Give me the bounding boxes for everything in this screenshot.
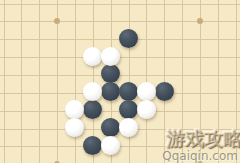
white-stone — [83, 82, 102, 101]
grid-hline — [0, 4, 240, 5]
white-stone — [137, 82, 156, 101]
black-stone — [119, 29, 138, 48]
grid-vline — [218, 0, 219, 163]
white-stone — [119, 118, 138, 137]
star-point — [197, 18, 203, 24]
star-point — [197, 161, 203, 163]
white-stone — [137, 100, 156, 119]
white-stone — [101, 136, 120, 155]
black-stone — [101, 82, 120, 101]
grid-hline — [0, 75, 240, 76]
grid-vline — [200, 0, 201, 163]
black-stone — [101, 64, 120, 83]
white-stone — [101, 47, 120, 66]
white-stone — [83, 47, 102, 66]
white-stone — [65, 100, 84, 119]
game-screenshot: 游戏攻略 Qqaiqin.com — [0, 0, 240, 163]
grid-vline — [57, 0, 58, 163]
black-stone — [119, 82, 138, 101]
grid-vline — [39, 0, 40, 163]
grid-vline — [182, 0, 183, 163]
star-point — [54, 161, 60, 163]
star-point — [54, 18, 60, 24]
grid-hline — [0, 21, 240, 22]
grid-vline — [236, 0, 237, 163]
grid-vline — [4, 0, 5, 163]
grid-hline — [0, 146, 240, 147]
grid-vline — [21, 0, 22, 163]
black-stone — [119, 100, 138, 119]
black-stone — [83, 136, 102, 155]
go-board[interactable] — [0, 0, 240, 163]
white-stone — [65, 118, 84, 137]
grid-hline — [0, 57, 240, 58]
black-stone — [83, 100, 102, 119]
black-stone — [155, 82, 174, 101]
grid-vline — [75, 0, 76, 163]
black-stone — [101, 118, 120, 137]
